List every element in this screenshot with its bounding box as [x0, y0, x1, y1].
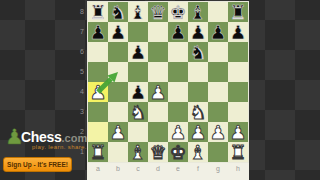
- square-e2[interactable]: ♟: [168, 122, 188, 142]
- square-h1[interactable]: ♜: [228, 142, 248, 162]
- rank-label-5: 5: [58, 62, 84, 82]
- signup-button[interactable]: Sign Up - It's FREE!: [3, 157, 72, 172]
- board-area: ♜♞♝♛♚♝♜♟♟♟♟♟♟♟♞♟♟♟♞♞♟♟♟♟♟♜♝♛♚♝♜: [87, 1, 249, 163]
- black-pawn[interactable]: ♟: [89, 22, 106, 42]
- square-a7[interactable]: ♟: [88, 22, 108, 42]
- black-pawn[interactable]: ♟: [169, 22, 186, 42]
- file-label-e: e: [168, 163, 188, 180]
- square-g5[interactable]: [208, 62, 228, 82]
- brand-tld: .com: [62, 132, 88, 144]
- white-pawn[interactable]: ♟: [149, 82, 166, 102]
- white-pawn[interactable]: ♟: [89, 82, 106, 102]
- black-pawn[interactable]: ♟: [189, 22, 206, 42]
- brand-tagline: play. learn. share.: [32, 144, 87, 150]
- square-h5[interactable]: [228, 62, 248, 82]
- square-e3[interactable]: [168, 102, 188, 122]
- file-label-a: a: [88, 163, 108, 180]
- square-f2[interactable]: ♟: [188, 122, 208, 142]
- square-h4[interactable]: [228, 82, 248, 102]
- video-frame: { "game": "chess", "position": { "fen": …: [0, 0, 320, 180]
- square-c4[interactable]: ♟: [128, 82, 148, 102]
- file-label-f: f: [188, 163, 208, 180]
- black-queen[interactable]: ♛: [149, 2, 166, 22]
- black-rook[interactable]: ♜: [89, 2, 106, 22]
- square-g4[interactable]: [208, 82, 228, 102]
- square-g8[interactable]: [208, 2, 228, 22]
- square-c8[interactable]: ♝: [128, 2, 148, 22]
- square-b4[interactable]: [108, 82, 128, 102]
- square-h3[interactable]: [228, 102, 248, 122]
- square-e8[interactable]: ♚: [168, 2, 188, 22]
- square-b8[interactable]: ♞: [108, 2, 128, 22]
- square-b6[interactable]: [108, 42, 128, 62]
- rank-label-8: 8: [58, 2, 84, 22]
- square-g2[interactable]: ♟: [208, 122, 228, 142]
- square-d3[interactable]: [148, 102, 168, 122]
- black-pawn[interactable]: ♟: [209, 22, 226, 42]
- square-e7[interactable]: ♟: [168, 22, 188, 42]
- file-label-c: c: [128, 163, 148, 180]
- square-e4[interactable]: [168, 82, 188, 102]
- square-c5[interactable]: [128, 62, 148, 82]
- chesscom-logo[interactable]: ♟ Chess.com play. learn. share.: [5, 125, 95, 153]
- white-pawn[interactable]: ♟: [209, 122, 226, 142]
- white-bishop[interactable]: ♝: [129, 142, 146, 162]
- square-d2[interactable]: [148, 122, 168, 142]
- black-king[interactable]: ♚: [169, 2, 186, 22]
- white-pawn[interactable]: ♟: [169, 122, 186, 142]
- black-bishop[interactable]: ♝: [129, 2, 146, 22]
- square-f6[interactable]: ♞: [188, 42, 208, 62]
- white-knight[interactable]: ♞: [129, 102, 146, 122]
- black-pawn[interactable]: ♟: [129, 42, 146, 62]
- white-pawn[interactable]: ♟: [109, 122, 126, 142]
- square-g3[interactable]: [208, 102, 228, 122]
- black-bishop[interactable]: ♝: [189, 2, 206, 22]
- white-pawn[interactable]: ♟: [229, 122, 246, 142]
- file-label-h: h: [228, 163, 248, 180]
- square-g7[interactable]: ♟: [208, 22, 228, 42]
- square-b7[interactable]: ♟: [108, 22, 128, 42]
- square-b3[interactable]: [108, 102, 128, 122]
- square-b2[interactable]: ♟: [108, 122, 128, 142]
- square-a5[interactable]: [88, 62, 108, 82]
- square-f8[interactable]: ♝: [188, 2, 208, 22]
- square-e1[interactable]: ♚: [168, 142, 188, 162]
- square-d5[interactable]: [148, 62, 168, 82]
- black-pawn[interactable]: ♟: [109, 22, 126, 42]
- square-h2[interactable]: ♟: [228, 122, 248, 142]
- square-d4[interactable]: ♟: [148, 82, 168, 102]
- square-c3[interactable]: ♞: [128, 102, 148, 122]
- square-f4[interactable]: [188, 82, 208, 102]
- chess-board[interactable]: ♜♞♝♛♚♝♜♟♟♟♟♟♟♟♞♟♟♟♞♞♟♟♟♟♟♜♝♛♚♝♜: [87, 1, 249, 163]
- square-g6[interactable]: [208, 42, 228, 62]
- white-pawn[interactable]: ♟: [189, 122, 206, 142]
- white-queen[interactable]: ♛: [149, 142, 166, 162]
- square-d8[interactable]: ♛: [148, 2, 168, 22]
- square-h8[interactable]: ♜: [228, 2, 248, 22]
- square-a8[interactable]: ♜: [88, 2, 108, 22]
- white-bishop[interactable]: ♝: [189, 142, 206, 162]
- square-c7[interactable]: [128, 22, 148, 42]
- rank-label-7: 7: [58, 22, 84, 42]
- square-f1[interactable]: ♝: [188, 142, 208, 162]
- black-rook[interactable]: ♜: [229, 2, 246, 22]
- square-h6[interactable]: [228, 42, 248, 62]
- square-f5[interactable]: [188, 62, 208, 82]
- square-h7[interactable]: ♟: [228, 22, 248, 42]
- square-b5[interactable]: [108, 62, 128, 82]
- white-knight[interactable]: ♞: [189, 102, 206, 122]
- brand-name: Chess: [21, 129, 62, 145]
- rank-label-3: 3: [58, 102, 84, 122]
- square-f7[interactable]: ♟: [188, 22, 208, 42]
- rank-label-6: 6: [58, 42, 84, 62]
- black-pawn[interactable]: ♟: [229, 22, 246, 42]
- square-f3[interactable]: ♞: [188, 102, 208, 122]
- file-label-d: d: [148, 163, 168, 180]
- square-c6[interactable]: ♟: [128, 42, 148, 62]
- square-c2[interactable]: [128, 122, 148, 142]
- white-king[interactable]: ♚: [169, 142, 186, 162]
- square-d6[interactable]: [148, 42, 168, 62]
- square-b1[interactable]: [108, 142, 128, 162]
- file-label-b: b: [108, 163, 128, 180]
- file-label-g: g: [208, 163, 228, 180]
- square-g1[interactable]: [208, 142, 228, 162]
- square-a4[interactable]: ♟: [88, 82, 108, 102]
- white-rook[interactable]: ♜: [229, 142, 246, 162]
- square-d1[interactable]: ♛: [148, 142, 168, 162]
- black-knight[interactable]: ♞: [109, 2, 126, 22]
- rank-label-4: 4: [58, 82, 84, 102]
- square-e6[interactable]: [168, 42, 188, 62]
- square-a6[interactable]: [88, 42, 108, 62]
- square-a3[interactable]: [88, 102, 108, 122]
- file-labels: abcdefgh: [87, 163, 249, 180]
- square-e5[interactable]: [168, 62, 188, 82]
- black-pawn[interactable]: ♟: [129, 82, 146, 102]
- square-d7[interactable]: [148, 22, 168, 42]
- square-c1[interactable]: ♝: [128, 142, 148, 162]
- black-knight[interactable]: ♞: [189, 42, 206, 62]
